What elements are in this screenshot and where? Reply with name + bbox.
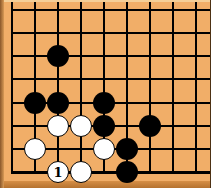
board-frame-bottom-edge — [0, 181, 211, 188]
go-board-diagram: 1 — [0, 0, 211, 188]
black-stone-e4 — [93, 92, 115, 114]
black-stone-e3 — [93, 115, 115, 137]
black-stone-f1 — [116, 161, 138, 183]
move-number-label: 1 — [53, 165, 62, 178]
black-stone-g3 — [139, 115, 161, 137]
white-stone-d3 — [70, 115, 92, 137]
grid-line-horizontal-3 — [11, 55, 211, 57]
white-stone-d1 — [70, 161, 92, 183]
black-stone-c4 — [47, 92, 69, 114]
white-stone-c3 — [47, 115, 69, 137]
grid-line-horizontal-1 — [11, 9, 211, 11]
board-frame-top-edge — [0, 0, 211, 2]
black-stone-f2 — [116, 138, 138, 160]
black-stone-c6 — [47, 45, 69, 67]
white-stone-b2 — [24, 138, 46, 160]
white-stone-c1: 1 — [47, 161, 69, 183]
black-stone-b4 — [24, 92, 46, 114]
board-frame-right-edge — [210, 0, 211, 188]
grid-line-horizontal-4 — [11, 78, 211, 80]
grid-line-bottom-board-edge — [11, 171, 211, 174]
grid-line-horizontal-2 — [11, 32, 211, 34]
board-frame-left-edge — [0, 0, 4, 188]
white-stone-e2 — [93, 138, 115, 160]
